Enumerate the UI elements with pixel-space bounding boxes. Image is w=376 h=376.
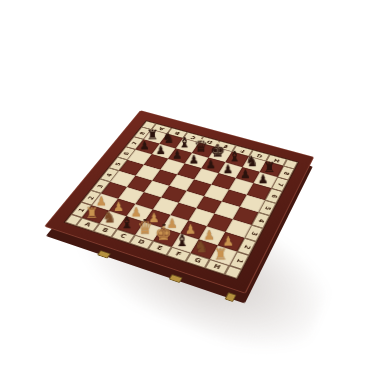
coordinate-label: H [212, 263, 221, 271]
coordinate-label: 5 [114, 161, 123, 166]
coordinate-label: D [137, 238, 146, 245]
piece-white-n-g1: ♞ [193, 239, 208, 255]
coordinate-label: A [83, 221, 92, 228]
coordinate-label: G [193, 257, 202, 265]
coordinate-label: 6 [122, 151, 131, 156]
coordinate-label: 2 [242, 244, 252, 250]
coordinate-label: 3 [249, 230, 259, 236]
coordinate-label: 4 [105, 172, 114, 177]
piece-black-p-f7: ♟ [222, 163, 233, 175]
piece-white-b-c1: ♝ [119, 215, 133, 231]
coordinate-label: 2 [86, 195, 96, 200]
piece-black-p-b7: ♟ [155, 145, 165, 156]
product-photo-scene: ABCDEFGH8♜♞♝♛♚♝♞♜87♟♟♟♟♟♟♟♟7665544332♟♟♟… [0, 0, 376, 376]
piece-black-p-c7: ♟ [172, 149, 182, 160]
piece-white-r-a1: ♜ [85, 205, 98, 220]
coordinate-label: 7 [275, 182, 284, 187]
coordinate-label: C [119, 233, 128, 240]
piece-black-p-g7: ♟ [240, 168, 251, 180]
piece-black-p-d7: ♟ [188, 154, 198, 166]
coordinate-label: 7 [130, 141, 139, 145]
coordinate-label: E [156, 245, 164, 252]
coordinate-label: 8 [281, 171, 290, 176]
piece-white-k-e1: ♚ [154, 224, 171, 243]
square-d5 [169, 174, 194, 190]
coordinate-label: 6 [269, 193, 278, 198]
coordinate-label: F [174, 251, 182, 258]
coordinate-label: 5 [263, 205, 272, 210]
piece-white-r-h1: ♜ [213, 246, 227, 261]
piece-black-p-h7: ♟ [257, 173, 268, 185]
piece-white-b-f1: ♝ [174, 233, 189, 249]
coordinate-label: 1 [234, 257, 244, 263]
piece-black-p-e7: ♟ [205, 159, 215, 171]
coordinate-label: 4 [256, 217, 266, 223]
coordinate-label: 3 [96, 183, 105, 188]
coordinate-label: B [101, 227, 110, 234]
square-e4 [179, 191, 204, 208]
piece-white-q-d1: ♛ [137, 219, 153, 237]
piece-white-n-b1: ♞ [102, 210, 116, 226]
piece-black-p-a7: ♟ [139, 140, 149, 151]
